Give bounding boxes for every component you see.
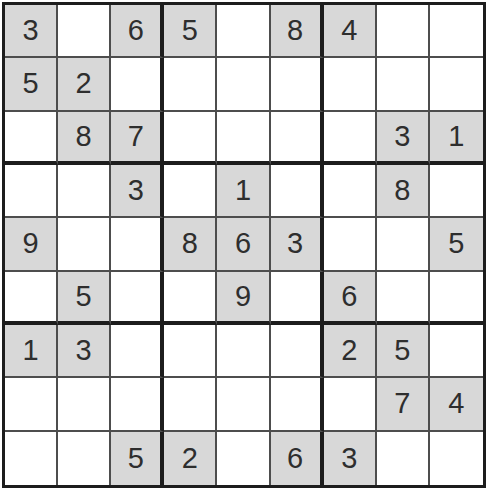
cell-r7c9[interactable] <box>430 325 483 378</box>
cell-r9c8[interactable] <box>377 432 430 485</box>
cell-r7c8[interactable]: 5 <box>377 325 430 378</box>
cell-r7c2[interactable]: 3 <box>58 325 111 378</box>
cell-r6c6[interactable] <box>271 272 324 325</box>
cell-r1c1[interactable]: 3 <box>5 5 58 58</box>
cell-r8c1[interactable] <box>5 378 58 431</box>
cell-r8c3[interactable] <box>111 378 164 431</box>
cell-r3c1[interactable] <box>5 112 58 165</box>
cell-r3c8[interactable]: 3 <box>377 112 430 165</box>
cell-r5c5[interactable]: 6 <box>217 218 270 271</box>
cell-r8c2[interactable] <box>58 378 111 431</box>
cell-r2c5[interactable] <box>217 58 270 111</box>
cell-r4c5[interactable]: 1 <box>217 165 270 218</box>
cell-r6c8[interactable] <box>377 272 430 325</box>
cell-r9c1[interactable] <box>5 432 58 485</box>
cell-r3c5[interactable] <box>217 112 270 165</box>
cell-r7c1[interactable]: 1 <box>5 325 58 378</box>
cell-r5c3[interactable] <box>111 218 164 271</box>
cell-r9c7[interactable]: 3 <box>324 432 377 485</box>
cell-r3c2[interactable]: 8 <box>58 112 111 165</box>
cell-r5c2[interactable] <box>58 218 111 271</box>
cell-r8c6[interactable] <box>271 378 324 431</box>
cell-r2c7[interactable] <box>324 58 377 111</box>
cell-r9c6[interactable]: 6 <box>271 432 324 485</box>
cell-r2c3[interactable] <box>111 58 164 111</box>
cell-r2c9[interactable] <box>430 58 483 111</box>
cell-r7c6[interactable] <box>271 325 324 378</box>
cell-r7c5[interactable] <box>217 325 270 378</box>
cell-r5c6[interactable]: 3 <box>271 218 324 271</box>
cell-r6c5[interactable]: 9 <box>217 272 270 325</box>
cell-r5c7[interactable] <box>324 218 377 271</box>
cell-r1c3[interactable]: 6 <box>111 5 164 58</box>
cell-r5c9[interactable]: 5 <box>430 218 483 271</box>
cell-r7c3[interactable] <box>111 325 164 378</box>
cell-r1c8[interactable] <box>377 5 430 58</box>
cell-r6c4[interactable] <box>164 272 217 325</box>
cell-r8c5[interactable] <box>217 378 270 431</box>
cell-r2c2[interactable]: 2 <box>58 58 111 111</box>
cell-r2c1[interactable]: 5 <box>5 58 58 111</box>
cell-r3c4[interactable] <box>164 112 217 165</box>
cell-r4c9[interactable] <box>430 165 483 218</box>
cell-r3c9[interactable]: 1 <box>430 112 483 165</box>
cell-r5c8[interactable] <box>377 218 430 271</box>
cell-r4c1[interactable] <box>5 165 58 218</box>
cell-r8c8[interactable]: 7 <box>377 378 430 431</box>
cell-r8c7[interactable] <box>324 378 377 431</box>
cell-r2c6[interactable] <box>271 58 324 111</box>
cell-r7c7[interactable]: 2 <box>324 325 377 378</box>
cell-r3c7[interactable] <box>324 112 377 165</box>
cell-r9c3[interactable]: 5 <box>111 432 164 485</box>
cell-r1c5[interactable] <box>217 5 270 58</box>
cell-r9c5[interactable] <box>217 432 270 485</box>
cell-r5c4[interactable]: 8 <box>164 218 217 271</box>
cell-r1c2[interactable] <box>58 5 111 58</box>
cell-r1c9[interactable] <box>430 5 483 58</box>
cell-r4c2[interactable] <box>58 165 111 218</box>
cell-r1c4[interactable]: 5 <box>164 5 217 58</box>
cell-r6c3[interactable] <box>111 272 164 325</box>
cell-r9c4[interactable]: 2 <box>164 432 217 485</box>
cell-r6c1[interactable] <box>5 272 58 325</box>
cell-r2c4[interactable] <box>164 58 217 111</box>
cell-r6c9[interactable] <box>430 272 483 325</box>
cell-r9c2[interactable] <box>58 432 111 485</box>
cell-r1c6[interactable]: 8 <box>271 5 324 58</box>
cell-r4c6[interactable] <box>271 165 324 218</box>
cell-r4c3[interactable]: 3 <box>111 165 164 218</box>
cell-r4c4[interactable] <box>164 165 217 218</box>
cell-r7c4[interactable] <box>164 325 217 378</box>
cell-r3c6[interactable] <box>271 112 324 165</box>
cell-r4c8[interactable]: 8 <box>377 165 430 218</box>
cell-r8c4[interactable] <box>164 378 217 431</box>
cell-r9c9[interactable] <box>430 432 483 485</box>
sudoku-board: 36584528731318986355961325745263 <box>2 2 486 488</box>
cell-r6c2[interactable]: 5 <box>58 272 111 325</box>
cell-r2c8[interactable] <box>377 58 430 111</box>
cell-r8c9[interactable]: 4 <box>430 378 483 431</box>
cell-r6c7[interactable]: 6 <box>324 272 377 325</box>
cell-r4c7[interactable] <box>324 165 377 218</box>
cell-r5c1[interactable]: 9 <box>5 218 58 271</box>
cell-r3c3[interactable]: 7 <box>111 112 164 165</box>
cell-r1c7[interactable]: 4 <box>324 5 377 58</box>
